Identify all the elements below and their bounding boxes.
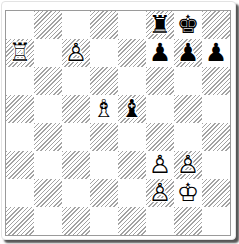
square-a2[interactable]: [6, 179, 34, 207]
square-c1[interactable]: [62, 207, 90, 235]
square-c2[interactable]: [62, 179, 90, 207]
square-d4[interactable]: [90, 123, 118, 151]
square-e1[interactable]: [118, 207, 146, 235]
square-d1[interactable]: [90, 207, 118, 235]
square-d2[interactable]: [90, 179, 118, 207]
piece-black-pawn[interactable]: ♟: [174, 39, 202, 67]
square-a3[interactable]: [6, 151, 34, 179]
square-e8[interactable]: [118, 11, 146, 39]
square-a7[interactable]: ♖: [6, 39, 34, 67]
square-g6[interactable]: [174, 67, 202, 95]
square-a1[interactable]: [6, 207, 34, 235]
square-b7[interactable]: [34, 39, 62, 67]
square-a6[interactable]: [6, 67, 34, 95]
piece-white-king[interactable]: ♔: [174, 179, 202, 207]
square-h8[interactable]: [202, 11, 230, 39]
square-g3[interactable]: ♙: [174, 151, 202, 179]
piece-black-king[interactable]: ♚: [174, 11, 202, 39]
square-f5[interactable]: [146, 95, 174, 123]
square-b4[interactable]: [34, 123, 62, 151]
square-c5[interactable]: [62, 95, 90, 123]
piece-white-pawn[interactable]: ♙: [146, 179, 174, 207]
square-c3[interactable]: [62, 151, 90, 179]
square-d3[interactable]: [90, 151, 118, 179]
square-b2[interactable]: [34, 179, 62, 207]
square-h5[interactable]: [202, 95, 230, 123]
square-b6[interactable]: [34, 67, 62, 95]
square-b3[interactable]: [34, 151, 62, 179]
piece-black-pawn[interactable]: ♟: [202, 39, 230, 67]
square-f4[interactable]: [146, 123, 174, 151]
piece-black-rook[interactable]: ♜: [146, 11, 174, 39]
photo-frame: ♜♚♖♙♟♟♟♗♝♙♙♙♔: [1, 1, 236, 240]
square-a5[interactable]: [6, 95, 34, 123]
square-b1[interactable]: [34, 207, 62, 235]
square-d6[interactable]: [90, 67, 118, 95]
square-h7[interactable]: ♟: [202, 39, 230, 67]
square-e5[interactable]: ♝: [118, 95, 146, 123]
square-c8[interactable]: [62, 11, 90, 39]
square-f1[interactable]: [146, 207, 174, 235]
square-g7[interactable]: ♟: [174, 39, 202, 67]
piece-white-pawn[interactable]: ♙: [174, 151, 202, 179]
square-e4[interactable]: [118, 123, 146, 151]
square-f3[interactable]: ♙: [146, 151, 174, 179]
square-h4[interactable]: [202, 123, 230, 151]
piece-white-pawn[interactable]: ♙: [146, 151, 174, 179]
square-c4[interactable]: [62, 123, 90, 151]
square-b8[interactable]: [34, 11, 62, 39]
square-h2[interactable]: [202, 179, 230, 207]
square-g1[interactable]: [174, 207, 202, 235]
piece-black-pawn[interactable]: ♟: [146, 39, 174, 67]
square-e6[interactable]: [118, 67, 146, 95]
square-f6[interactable]: [146, 67, 174, 95]
square-g4[interactable]: [174, 123, 202, 151]
square-e7[interactable]: [118, 39, 146, 67]
chess-board: ♜♚♖♙♟♟♟♗♝♙♙♙♔: [5, 10, 231, 236]
square-e2[interactable]: [118, 179, 146, 207]
square-f2[interactable]: ♙: [146, 179, 174, 207]
piece-white-rook[interactable]: ♖: [6, 39, 34, 67]
square-d7[interactable]: [90, 39, 118, 67]
square-b5[interactable]: [34, 95, 62, 123]
square-a4[interactable]: [6, 123, 34, 151]
piece-white-bishop[interactable]: ♗: [90, 95, 118, 123]
square-h1[interactable]: [202, 207, 230, 235]
square-h3[interactable]: [202, 151, 230, 179]
square-g2[interactable]: ♔: [174, 179, 202, 207]
square-f8[interactable]: ♜: [146, 11, 174, 39]
square-h6[interactable]: [202, 67, 230, 95]
square-g8[interactable]: ♚: [174, 11, 202, 39]
square-c7[interactable]: ♙: [62, 39, 90, 67]
square-d5[interactable]: ♗: [90, 95, 118, 123]
square-c6[interactable]: [62, 67, 90, 95]
piece-white-pawn[interactable]: ♙: [62, 39, 90, 67]
square-g5[interactable]: [174, 95, 202, 123]
square-a8[interactable]: [6, 11, 34, 39]
piece-black-bishop[interactable]: ♝: [118, 95, 146, 123]
square-e3[interactable]: [118, 151, 146, 179]
square-d8[interactable]: [90, 11, 118, 39]
square-f7[interactable]: ♟: [146, 39, 174, 67]
